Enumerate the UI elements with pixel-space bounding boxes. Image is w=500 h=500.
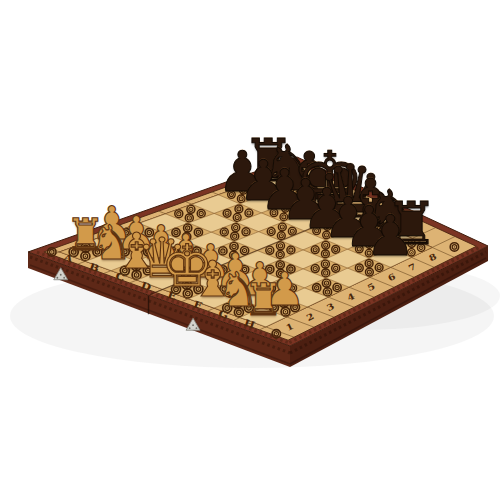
hinge-rivet bbox=[196, 327, 198, 329]
hinge-rivet bbox=[63, 277, 65, 279]
chess-board: ABCDEFGH12345678 bbox=[0, 0, 500, 500]
board-photo-svg: ABCDEFGH12345678 bbox=[0, 0, 500, 500]
product-photo-scene: ABCDEFGH12345678 ♜♞♝♚♛♝♞♜♟♟♟♟♟♟♟♟♟♟♟♟♟♟♟… bbox=[0, 0, 500, 500]
hinge-rivet bbox=[60, 274, 62, 276]
hinge-rivet bbox=[56, 277, 58, 279]
hinge-rivet bbox=[192, 324, 194, 326]
hinge-rivet bbox=[189, 327, 191, 329]
